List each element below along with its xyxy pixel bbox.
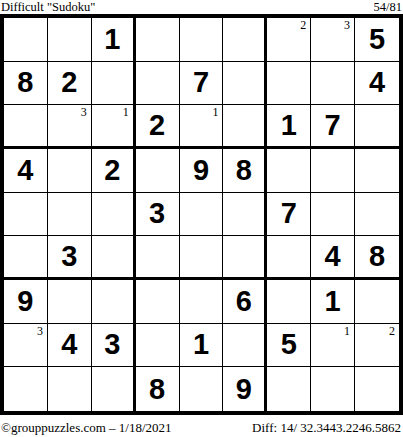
cell-r1c4[interactable] xyxy=(136,18,180,62)
cell-r8c3[interactable]: 3 xyxy=(92,324,136,368)
given-digit: 9 xyxy=(236,375,252,404)
cell-r3c3[interactable]: 1 xyxy=(92,105,136,149)
cell-r1c6[interactable] xyxy=(223,18,267,62)
given-digit: 3 xyxy=(149,199,165,228)
cell-r6c8[interactable]: 4 xyxy=(311,236,355,280)
cell-r9c7[interactable] xyxy=(267,367,311,411)
given-digit: 7 xyxy=(281,199,297,228)
given-digit: 9 xyxy=(193,156,209,185)
cell-r2c9[interactable]: 4 xyxy=(355,62,399,106)
given-digit: 1 xyxy=(325,287,341,316)
given-digit: 8 xyxy=(236,156,252,185)
cell-r1c9[interactable]: 5 xyxy=(355,18,399,62)
cell-r5c3[interactable] xyxy=(92,193,136,237)
cell-r4c9[interactable] xyxy=(355,149,399,193)
cell-r5c4[interactable]: 3 xyxy=(136,193,180,237)
cell-r5c7[interactable]: 7 xyxy=(267,193,311,237)
cell-r2c7[interactable] xyxy=(267,62,311,106)
puzzle-title: Difficult "Sudoku" xyxy=(1,1,95,14)
given-digit: 2 xyxy=(104,156,120,185)
given-digit: 6 xyxy=(236,287,252,316)
pencil-mark: 1 xyxy=(212,105,218,119)
cell-r6c1[interactable] xyxy=(4,236,48,280)
given-digit: 5 xyxy=(281,330,297,359)
cell-r4c8[interactable] xyxy=(311,149,355,193)
given-digit: 1 xyxy=(193,330,209,359)
cell-r3c5[interactable]: 1 xyxy=(180,105,224,149)
cell-r2c8[interactable] xyxy=(311,62,355,106)
cell-r1c7[interactable]: 2 xyxy=(267,18,311,62)
cell-r5c1[interactable] xyxy=(4,193,48,237)
cell-r9c4[interactable]: 8 xyxy=(136,367,180,411)
given-digit: 2 xyxy=(61,68,77,97)
cell-r8c4[interactable] xyxy=(136,324,180,368)
given-digit: 8 xyxy=(17,68,33,97)
cell-r5c5[interactable] xyxy=(180,193,224,237)
cell-r7c2[interactable] xyxy=(48,280,92,324)
cell-r6c5[interactable] xyxy=(180,236,224,280)
cell-r8c1[interactable]: 3 xyxy=(4,324,48,368)
cell-r2c4[interactable] xyxy=(136,62,180,106)
difficulty-text: Diff: 14/ 32.3443.2246.5862 xyxy=(252,420,401,435)
cell-r4c4[interactable] xyxy=(136,149,180,193)
given-digit: 8 xyxy=(369,242,385,271)
given-digit: 3 xyxy=(61,242,77,271)
cell-r7c9[interactable] xyxy=(355,280,399,324)
cell-r6c3[interactable] xyxy=(92,236,136,280)
cell-r7c5[interactable] xyxy=(180,280,224,324)
cell-r6c6[interactable] xyxy=(223,236,267,280)
cell-r6c7[interactable] xyxy=(267,236,311,280)
cell-r3c9[interactable] xyxy=(355,105,399,149)
given-digit: 4 xyxy=(17,156,33,185)
cell-r9c9[interactable] xyxy=(355,367,399,411)
cell-r3c1[interactable] xyxy=(4,105,48,149)
cell-r8c2[interactable]: 4 xyxy=(48,324,92,368)
cell-r9c6[interactable]: 9 xyxy=(223,367,267,411)
cell-r4c6[interactable]: 8 xyxy=(223,149,267,193)
cell-r4c1[interactable]: 4 xyxy=(4,149,48,193)
given-digit: 1 xyxy=(281,111,297,140)
puzzle-page: Difficult "Sudoku" 54/81 123582743121174… xyxy=(0,0,403,437)
cell-r2c2[interactable]: 2 xyxy=(48,62,92,106)
cell-r2c6[interactable] xyxy=(223,62,267,106)
cell-r7c8[interactable]: 1 xyxy=(311,280,355,324)
cell-r3c8[interactable]: 7 xyxy=(311,105,355,149)
cell-r8c7[interactable]: 5 xyxy=(267,324,311,368)
cell-r5c6[interactable] xyxy=(223,193,267,237)
cell-r7c6[interactable]: 6 xyxy=(223,280,267,324)
cell-r6c2[interactable]: 3 xyxy=(48,236,92,280)
empty-cell-counter: 54/81 xyxy=(374,1,402,14)
sudoku-board: 12358274312117429837348961343151289 xyxy=(0,14,403,415)
cell-r5c2[interactable] xyxy=(48,193,92,237)
cell-r8c6[interactable] xyxy=(223,324,267,368)
pencil-mark: 2 xyxy=(389,324,395,338)
cell-r8c9[interactable]: 2 xyxy=(355,324,399,368)
given-digit: 1 xyxy=(104,25,120,54)
given-digit: 2 xyxy=(149,111,165,140)
given-digit: 4 xyxy=(61,330,77,359)
pencil-mark: 3 xyxy=(344,18,350,32)
given-digit: 7 xyxy=(325,111,341,140)
cell-r7c7[interactable] xyxy=(267,280,311,324)
cell-r6c9[interactable]: 8 xyxy=(355,236,399,280)
page-footer: ©grouppuzzles.com – 1/18/2021 Diff: 14/ … xyxy=(0,415,403,435)
cell-r4c5[interactable]: 9 xyxy=(180,149,224,193)
cell-r1c1[interactable] xyxy=(4,18,48,62)
pencil-mark: 3 xyxy=(81,105,87,119)
cell-r2c3[interactable] xyxy=(92,62,136,106)
cell-r1c3[interactable]: 1 xyxy=(92,18,136,62)
pencil-mark: 2 xyxy=(300,18,306,32)
given-digit: 5 xyxy=(369,25,385,54)
pencil-mark: 1 xyxy=(123,105,129,119)
pencil-mark: 3 xyxy=(37,324,43,338)
copyright-text: ©grouppuzzles.com – 1/18/2021 xyxy=(1,420,172,435)
given-digit: 4 xyxy=(369,68,385,97)
cell-r9c2[interactable] xyxy=(48,367,92,411)
given-digit: 3 xyxy=(104,330,120,359)
cell-r5c9[interactable] xyxy=(355,193,399,237)
cell-r1c5[interactable] xyxy=(180,18,224,62)
given-digit: 8 xyxy=(149,375,165,404)
cell-r2c5[interactable]: 7 xyxy=(180,62,224,106)
cell-r1c2[interactable] xyxy=(48,18,92,62)
cell-r2c1[interactable]: 8 xyxy=(4,62,48,106)
cell-r9c1[interactable] xyxy=(4,367,48,411)
cell-r8c8[interactable]: 1 xyxy=(311,324,355,368)
cell-r3c7[interactable]: 1 xyxy=(267,105,311,149)
cell-r4c3[interactable]: 2 xyxy=(92,149,136,193)
cell-r7c3[interactable] xyxy=(92,280,136,324)
page-header: Difficult "Sudoku" 54/81 xyxy=(0,0,403,14)
cell-r5c8[interactable] xyxy=(311,193,355,237)
cell-r4c7[interactable] xyxy=(267,149,311,193)
cell-r3c4[interactable]: 2 xyxy=(136,105,180,149)
cell-r7c4[interactable] xyxy=(136,280,180,324)
given-digit: 7 xyxy=(193,68,209,97)
cell-r3c2[interactable]: 3 xyxy=(48,105,92,149)
cell-r6c4[interactable] xyxy=(136,236,180,280)
cell-r3c6[interactable] xyxy=(223,105,267,149)
given-digit: 4 xyxy=(325,242,341,271)
cell-r9c5[interactable] xyxy=(180,367,224,411)
given-digit: 9 xyxy=(17,287,33,316)
cell-r1c8[interactable]: 3 xyxy=(311,18,355,62)
cell-r9c3[interactable] xyxy=(92,367,136,411)
pencil-mark: 1 xyxy=(344,324,350,338)
cell-r9c8[interactable] xyxy=(311,367,355,411)
cell-r7c1[interactable]: 9 xyxy=(4,280,48,324)
cell-r4c2[interactable] xyxy=(48,149,92,193)
cell-r8c5[interactable]: 1 xyxy=(180,324,224,368)
